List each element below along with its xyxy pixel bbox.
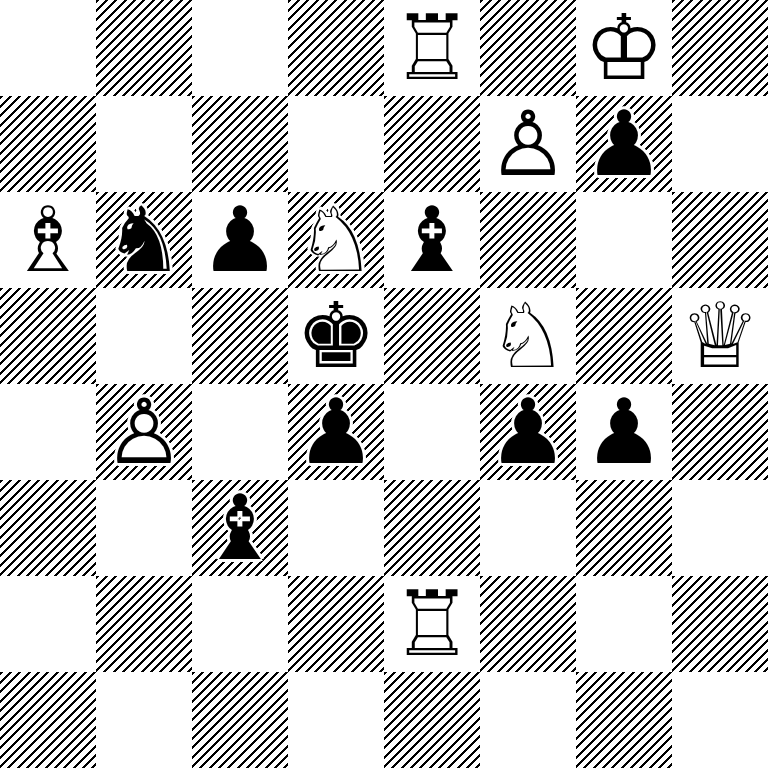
- square-f2[interactable]: [480, 576, 576, 672]
- square-b2[interactable]: [96, 576, 192, 672]
- square-h3[interactable]: [672, 480, 768, 576]
- square-h4[interactable]: [672, 384, 768, 480]
- square-g1[interactable]: [576, 672, 672, 768]
- square-a2[interactable]: [0, 576, 96, 672]
- square-h1[interactable]: [672, 672, 768, 768]
- black-pawn-halo: ♟: [576, 96, 672, 192]
- black-bishop-halo: ♝: [192, 480, 288, 576]
- chess-diagram: ♜♖♚♔♟♙♟♟♝♗♞♞♟♟♞♘♝♝♚♚♞♘♛♕♟♙♟♟♟♟♟♟♝♝♜♖: [0, 0, 768, 768]
- black-king-halo: ♚: [288, 288, 384, 384]
- square-f5[interactable]: ♞♘: [480, 288, 576, 384]
- white-rook-halo: ♜: [384, 576, 480, 672]
- piece-white-pawn[interactable]: ♙: [96, 384, 192, 480]
- piece-black-pawn[interactable]: ♟: [480, 384, 576, 480]
- piece-white-king[interactable]: ♔: [576, 0, 672, 96]
- square-h7[interactable]: [672, 96, 768, 192]
- square-d6[interactable]: ♞♘: [288, 192, 384, 288]
- square-e4[interactable]: [384, 384, 480, 480]
- piece-white-knight[interactable]: ♘: [288, 192, 384, 288]
- square-d5[interactable]: ♚♚: [288, 288, 384, 384]
- square-c6[interactable]: ♟♟: [192, 192, 288, 288]
- square-b8[interactable]: [96, 0, 192, 96]
- square-b1[interactable]: [96, 672, 192, 768]
- white-pawn-halo: ♟: [96, 384, 192, 480]
- square-e6[interactable]: ♝♝: [384, 192, 480, 288]
- piece-black-pawn[interactable]: ♟: [576, 384, 672, 480]
- piece-black-knight[interactable]: ♞: [96, 192, 192, 288]
- square-d3[interactable]: [288, 480, 384, 576]
- square-h8[interactable]: [672, 0, 768, 96]
- piece-white-queen[interactable]: ♕: [672, 288, 768, 384]
- square-h2[interactable]: [672, 576, 768, 672]
- square-e7[interactable]: [384, 96, 480, 192]
- white-knight-halo: ♞: [480, 288, 576, 384]
- piece-black-bishop[interactable]: ♝: [384, 192, 480, 288]
- piece-black-pawn[interactable]: ♟: [192, 192, 288, 288]
- square-b6[interactable]: ♞♞: [96, 192, 192, 288]
- square-d2[interactable]: [288, 576, 384, 672]
- black-pawn-halo: ♟: [288, 384, 384, 480]
- square-f3[interactable]: [480, 480, 576, 576]
- square-e5[interactable]: [384, 288, 480, 384]
- piece-black-king[interactable]: ♚: [288, 288, 384, 384]
- piece-black-bishop[interactable]: ♝: [192, 480, 288, 576]
- black-pawn-halo: ♟: [192, 192, 288, 288]
- black-pawn-halo: ♟: [576, 384, 672, 480]
- square-b7[interactable]: [96, 96, 192, 192]
- white-king-halo: ♚: [576, 0, 672, 96]
- square-a5[interactable]: [0, 288, 96, 384]
- square-g3[interactable]: [576, 480, 672, 576]
- white-knight-halo: ♞: [288, 192, 384, 288]
- square-g5[interactable]: [576, 288, 672, 384]
- square-c5[interactable]: [192, 288, 288, 384]
- square-e3[interactable]: [384, 480, 480, 576]
- square-g6[interactable]: [576, 192, 672, 288]
- chess-board: ♜♖♚♔♟♙♟♟♝♗♞♞♟♟♞♘♝♝♚♚♞♘♛♕♟♙♟♟♟♟♟♟♝♝♜♖: [0, 0, 768, 768]
- square-g7[interactable]: ♟♟: [576, 96, 672, 192]
- white-bishop-halo: ♝: [0, 192, 96, 288]
- piece-white-rook[interactable]: ♖: [384, 576, 480, 672]
- square-c2[interactable]: [192, 576, 288, 672]
- piece-white-rook[interactable]: ♖: [384, 0, 480, 96]
- square-b5[interactable]: [96, 288, 192, 384]
- square-f8[interactable]: [480, 0, 576, 96]
- square-h5[interactable]: ♛♕: [672, 288, 768, 384]
- square-c1[interactable]: [192, 672, 288, 768]
- square-g8[interactable]: ♚♔: [576, 0, 672, 96]
- square-g2[interactable]: [576, 576, 672, 672]
- black-knight-halo: ♞: [96, 192, 192, 288]
- square-f7[interactable]: ♟♙: [480, 96, 576, 192]
- piece-black-pawn[interactable]: ♟: [288, 384, 384, 480]
- square-e1[interactable]: [384, 672, 480, 768]
- square-e8[interactable]: ♜♖: [384, 0, 480, 96]
- square-f6[interactable]: [480, 192, 576, 288]
- white-pawn-halo: ♟: [480, 96, 576, 192]
- square-g4[interactable]: ♟♟: [576, 384, 672, 480]
- white-queen-halo: ♛: [672, 288, 768, 384]
- square-b3[interactable]: [96, 480, 192, 576]
- square-h6[interactable]: [672, 192, 768, 288]
- square-a6[interactable]: ♝♗: [0, 192, 96, 288]
- piece-black-pawn[interactable]: ♟: [576, 96, 672, 192]
- piece-white-bishop[interactable]: ♗: [0, 192, 96, 288]
- black-bishop-halo: ♝: [384, 192, 480, 288]
- square-a8[interactable]: [0, 0, 96, 96]
- black-pawn-halo: ♟: [480, 384, 576, 480]
- square-d7[interactable]: [288, 96, 384, 192]
- square-e2[interactable]: ♜♖: [384, 576, 480, 672]
- square-d4[interactable]: ♟♟: [288, 384, 384, 480]
- square-a7[interactable]: [0, 96, 96, 192]
- square-b4[interactable]: ♟♙: [96, 384, 192, 480]
- square-d1[interactable]: [288, 672, 384, 768]
- square-c3[interactable]: ♝♝: [192, 480, 288, 576]
- square-d8[interactable]: [288, 0, 384, 96]
- square-f1[interactable]: [480, 672, 576, 768]
- square-c7[interactable]: [192, 96, 288, 192]
- square-a3[interactable]: [0, 480, 96, 576]
- piece-white-pawn[interactable]: ♙: [480, 96, 576, 192]
- square-f4[interactable]: ♟♟: [480, 384, 576, 480]
- square-a4[interactable]: [0, 384, 96, 480]
- piece-white-knight[interactable]: ♘: [480, 288, 576, 384]
- square-c4[interactable]: [192, 384, 288, 480]
- white-rook-halo: ♜: [384, 0, 480, 96]
- square-c8[interactable]: [192, 0, 288, 96]
- square-a1[interactable]: [0, 672, 96, 768]
